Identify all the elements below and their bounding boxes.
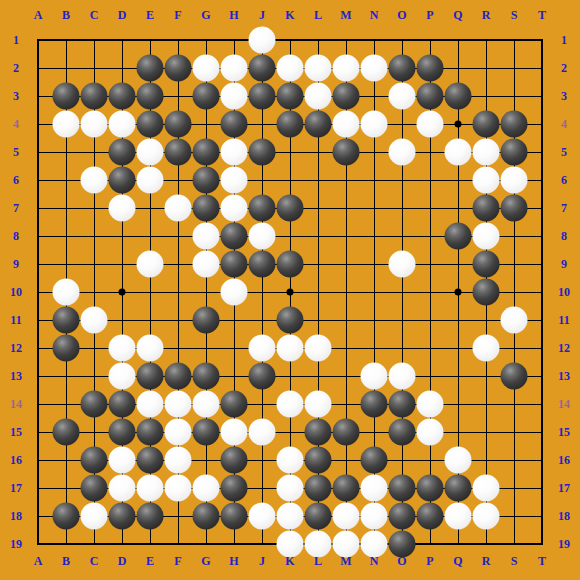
col-label-top-E: E — [138, 8, 162, 22]
white-stone-R17 — [473, 475, 500, 502]
row-label-left-1: 1 — [4, 33, 28, 47]
col-label-bottom-Q: Q — [446, 554, 470, 568]
black-stone-G3 — [193, 83, 220, 110]
star-point-Q10 — [455, 289, 462, 296]
black-stone-D5 — [109, 139, 136, 166]
black-stone-S5 — [501, 139, 528, 166]
black-stone-G5 — [193, 139, 220, 166]
white-stone-D12 — [109, 335, 136, 362]
white-stone-R6 — [473, 167, 500, 194]
white-stone-K18 — [277, 503, 304, 530]
white-stone-C4 — [81, 111, 108, 138]
black-stone-H4 — [221, 111, 248, 138]
black-stone-K9 — [277, 251, 304, 278]
white-stone-P4 — [417, 111, 444, 138]
white-stone-D13 — [109, 363, 136, 390]
row-label-left-19: 19 — [4, 537, 28, 551]
col-label-top-N: N — [362, 8, 386, 22]
white-stone-N13 — [361, 363, 388, 390]
black-stone-L16 — [305, 447, 332, 474]
white-stone-D17 — [109, 475, 136, 502]
black-stone-J9 — [249, 251, 276, 278]
white-stone-H10 — [221, 279, 248, 306]
col-label-bottom-A: A — [26, 554, 50, 568]
white-stone-D7 — [109, 195, 136, 222]
black-stone-F13 — [165, 363, 192, 390]
black-stone-G15 — [193, 419, 220, 446]
black-stone-C16 — [81, 447, 108, 474]
row-label-left-7: 7 — [4, 201, 28, 215]
black-stone-M15 — [333, 419, 360, 446]
white-stone-F14 — [165, 391, 192, 418]
black-stone-E3 — [137, 83, 164, 110]
black-stone-K3 — [277, 83, 304, 110]
white-stone-E12 — [137, 335, 164, 362]
black-stone-R9 — [473, 251, 500, 278]
white-stone-G8 — [193, 223, 220, 250]
black-stone-O18 — [389, 503, 416, 530]
black-stone-P18 — [417, 503, 444, 530]
row-label-right-8: 8 — [552, 229, 576, 243]
col-label-bottom-P: P — [418, 554, 442, 568]
col-label-bottom-S: S — [502, 554, 526, 568]
black-stone-L18 — [305, 503, 332, 530]
row-label-left-5: 5 — [4, 145, 28, 159]
col-label-top-O: O — [390, 8, 414, 22]
black-stone-M3 — [333, 83, 360, 110]
white-stone-L14 — [305, 391, 332, 418]
black-stone-G11 — [193, 307, 220, 334]
go-board[interactable]: AABBCCDDEEFFGGHHJJKKLLMMNNOOPPQQRRSSTT11… — [0, 0, 580, 580]
white-stone-B4 — [53, 111, 80, 138]
white-stone-G2 — [193, 55, 220, 82]
black-stone-P17 — [417, 475, 444, 502]
black-stone-B15 — [53, 419, 80, 446]
row-label-right-11: 11 — [552, 313, 576, 327]
white-stone-K12 — [277, 335, 304, 362]
white-stone-G14 — [193, 391, 220, 418]
white-stone-O5 — [389, 139, 416, 166]
white-stone-P15 — [417, 419, 444, 446]
col-label-bottom-J: J — [250, 554, 274, 568]
black-stone-D15 — [109, 419, 136, 446]
white-stone-C18 — [81, 503, 108, 530]
white-stone-J12 — [249, 335, 276, 362]
white-stone-F15 — [165, 419, 192, 446]
black-stone-G18 — [193, 503, 220, 530]
white-stone-K16 — [277, 447, 304, 474]
white-stone-H15 — [221, 419, 248, 446]
col-label-bottom-D: D — [110, 554, 134, 568]
row-label-right-14: 14 — [552, 397, 576, 411]
black-stone-J7 — [249, 195, 276, 222]
white-stone-F7 — [165, 195, 192, 222]
row-label-right-10: 10 — [552, 285, 576, 299]
black-stone-E18 — [137, 503, 164, 530]
white-stone-N4 — [361, 111, 388, 138]
white-stone-R5 — [473, 139, 500, 166]
black-stone-F2 — [165, 55, 192, 82]
white-stone-S6 — [501, 167, 528, 194]
white-stone-Q5 — [445, 139, 472, 166]
white-stone-N17 — [361, 475, 388, 502]
black-stone-R4 — [473, 111, 500, 138]
black-stone-E2 — [137, 55, 164, 82]
black-stone-C17 — [81, 475, 108, 502]
white-stone-G17 — [193, 475, 220, 502]
white-stone-R18 — [473, 503, 500, 530]
row-label-right-2: 2 — [552, 61, 576, 75]
white-stone-R8 — [473, 223, 500, 250]
black-stone-G13 — [193, 363, 220, 390]
row-label-right-6: 6 — [552, 173, 576, 187]
black-stone-O17 — [389, 475, 416, 502]
white-stone-E14 — [137, 391, 164, 418]
black-stone-O14 — [389, 391, 416, 418]
black-stone-K7 — [277, 195, 304, 222]
black-stone-K4 — [277, 111, 304, 138]
black-stone-B11 — [53, 307, 80, 334]
black-stone-J5 — [249, 139, 276, 166]
col-label-top-L: L — [306, 8, 330, 22]
col-label-top-P: P — [418, 8, 442, 22]
black-stone-O15 — [389, 419, 416, 446]
black-stone-H16 — [221, 447, 248, 474]
col-label-top-H: H — [222, 8, 246, 22]
black-stone-D14 — [109, 391, 136, 418]
black-stone-B3 — [53, 83, 80, 110]
col-label-top-M: M — [334, 8, 358, 22]
white-stone-O13 — [389, 363, 416, 390]
white-stone-M2 — [333, 55, 360, 82]
black-stone-L4 — [305, 111, 332, 138]
grid-line-vertical — [541, 39, 543, 545]
white-stone-H6 — [221, 167, 248, 194]
row-label-right-15: 15 — [552, 425, 576, 439]
black-stone-E15 — [137, 419, 164, 446]
black-stone-J3 — [249, 83, 276, 110]
col-label-bottom-N: N — [362, 554, 386, 568]
col-label-bottom-B: B — [54, 554, 78, 568]
black-stone-J13 — [249, 363, 276, 390]
white-stone-C6 — [81, 167, 108, 194]
col-label-top-Q: Q — [446, 8, 470, 22]
black-stone-M17 — [333, 475, 360, 502]
white-stone-E6 — [137, 167, 164, 194]
white-stone-L2 — [305, 55, 332, 82]
white-stone-J1 — [249, 27, 276, 54]
white-stone-J18 — [249, 503, 276, 530]
black-stone-B12 — [53, 335, 80, 362]
row-label-right-16: 16 — [552, 453, 576, 467]
white-stone-D4 — [109, 111, 136, 138]
black-stone-R10 — [473, 279, 500, 306]
black-stone-P2 — [417, 55, 444, 82]
row-label-left-9: 9 — [4, 257, 28, 271]
row-label-left-2: 2 — [4, 61, 28, 75]
row-label-right-1: 1 — [552, 33, 576, 47]
white-stone-H5 — [221, 139, 248, 166]
col-label-bottom-T: T — [530, 554, 554, 568]
row-label-left-17: 17 — [4, 481, 28, 495]
white-stone-B10 — [53, 279, 80, 306]
white-stone-M18 — [333, 503, 360, 530]
row-label-left-15: 15 — [4, 425, 28, 439]
black-stone-G6 — [193, 167, 220, 194]
white-stone-E9 — [137, 251, 164, 278]
black-stone-N16 — [361, 447, 388, 474]
black-stone-N14 — [361, 391, 388, 418]
col-label-bottom-F: F — [166, 554, 190, 568]
white-stone-E17 — [137, 475, 164, 502]
col-label-top-A: A — [26, 8, 50, 22]
white-stone-J15 — [249, 419, 276, 446]
row-label-right-12: 12 — [552, 341, 576, 355]
black-stone-Q8 — [445, 223, 472, 250]
white-stone-L3 — [305, 83, 332, 110]
white-stone-O3 — [389, 83, 416, 110]
star-point-Q4 — [455, 121, 462, 128]
white-stone-L12 — [305, 335, 332, 362]
row-label-left-3: 3 — [4, 89, 28, 103]
black-stone-E16 — [137, 447, 164, 474]
white-stone-D16 — [109, 447, 136, 474]
col-label-top-R: R — [474, 8, 498, 22]
black-stone-G7 — [193, 195, 220, 222]
col-label-top-K: K — [278, 8, 302, 22]
white-stone-Q18 — [445, 503, 472, 530]
col-label-bottom-O: O — [390, 554, 414, 568]
row-label-right-18: 18 — [552, 509, 576, 523]
black-stone-S7 — [501, 195, 528, 222]
black-stone-D18 — [109, 503, 136, 530]
white-stone-H7 — [221, 195, 248, 222]
col-label-bottom-E: E — [138, 554, 162, 568]
white-stone-F16 — [165, 447, 192, 474]
col-label-top-F: F — [166, 8, 190, 22]
star-point-K10 — [287, 289, 294, 296]
row-label-right-4: 4 — [552, 117, 576, 131]
white-stone-H2 — [221, 55, 248, 82]
white-stone-K17 — [277, 475, 304, 502]
white-stone-S11 — [501, 307, 528, 334]
black-stone-Q3 — [445, 83, 472, 110]
row-label-left-14: 14 — [4, 397, 28, 411]
black-stone-E4 — [137, 111, 164, 138]
row-label-right-13: 13 — [552, 369, 576, 383]
white-stone-N18 — [361, 503, 388, 530]
black-stone-H17 — [221, 475, 248, 502]
white-stone-Q16 — [445, 447, 472, 474]
col-label-bottom-K: K — [278, 554, 302, 568]
col-label-bottom-M: M — [334, 554, 358, 568]
col-label-top-G: G — [194, 8, 218, 22]
white-stone-F17 — [165, 475, 192, 502]
col-label-bottom-R: R — [474, 554, 498, 568]
col-label-top-C: C — [82, 8, 106, 22]
white-stone-G9 — [193, 251, 220, 278]
white-stone-R12 — [473, 335, 500, 362]
white-stone-C11 — [81, 307, 108, 334]
row-label-left-13: 13 — [4, 369, 28, 383]
white-stone-O9 — [389, 251, 416, 278]
black-stone-S4 — [501, 111, 528, 138]
row-label-left-8: 8 — [4, 229, 28, 243]
black-stone-Q17 — [445, 475, 472, 502]
white-stone-K14 — [277, 391, 304, 418]
black-stone-H9 — [221, 251, 248, 278]
col-label-bottom-C: C — [82, 554, 106, 568]
col-label-bottom-L: L — [306, 554, 330, 568]
black-stone-F5 — [165, 139, 192, 166]
row-label-left-18: 18 — [4, 509, 28, 523]
black-stone-R7 — [473, 195, 500, 222]
row-label-left-6: 6 — [4, 173, 28, 187]
black-stone-C14 — [81, 391, 108, 418]
col-label-top-D: D — [110, 8, 134, 22]
black-stone-K11 — [277, 307, 304, 334]
col-label-top-S: S — [502, 8, 526, 22]
black-stone-S13 — [501, 363, 528, 390]
white-stone-M4 — [333, 111, 360, 138]
row-label-left-10: 10 — [4, 285, 28, 299]
col-label-bottom-G: G — [194, 554, 218, 568]
black-stone-H18 — [221, 503, 248, 530]
white-stone-N2 — [361, 55, 388, 82]
star-point-D10 — [119, 289, 126, 296]
black-stone-P3 — [417, 83, 444, 110]
black-stone-L17 — [305, 475, 332, 502]
white-stone-H3 — [221, 83, 248, 110]
col-label-top-J: J — [250, 8, 274, 22]
black-stone-H8 — [221, 223, 248, 250]
black-stone-L15 — [305, 419, 332, 446]
black-stone-F4 — [165, 111, 192, 138]
row-label-right-3: 3 — [552, 89, 576, 103]
white-stone-J8 — [249, 223, 276, 250]
row-label-right-7: 7 — [552, 201, 576, 215]
row-label-right-5: 5 — [552, 145, 576, 159]
black-stone-M5 — [333, 139, 360, 166]
white-stone-K2 — [277, 55, 304, 82]
black-stone-C3 — [81, 83, 108, 110]
row-label-left-12: 12 — [4, 341, 28, 355]
row-label-left-11: 11 — [4, 313, 28, 327]
black-stone-D6 — [109, 167, 136, 194]
black-stone-J2 — [249, 55, 276, 82]
row-label-left-4: 4 — [4, 117, 28, 131]
black-stone-O2 — [389, 55, 416, 82]
white-stone-P14 — [417, 391, 444, 418]
row-label-right-9: 9 — [552, 257, 576, 271]
black-stone-D3 — [109, 83, 136, 110]
row-label-left-16: 16 — [4, 453, 28, 467]
col-label-bottom-H: H — [222, 554, 246, 568]
black-stone-E13 — [137, 363, 164, 390]
row-label-right-19: 19 — [552, 537, 576, 551]
grid-line-vertical — [402, 39, 403, 545]
black-stone-B18 — [53, 503, 80, 530]
black-stone-H14 — [221, 391, 248, 418]
white-stone-E5 — [137, 139, 164, 166]
col-label-top-B: B — [54, 8, 78, 22]
col-label-top-T: T — [530, 8, 554, 22]
row-label-right-17: 17 — [552, 481, 576, 495]
